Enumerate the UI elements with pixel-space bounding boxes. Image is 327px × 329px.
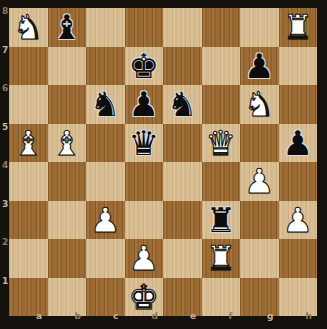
piece-black-rook-f3[interactable]: ♜ (202, 201, 241, 240)
square-c1[interactable] (86, 278, 125, 317)
piece-white-rook-h8[interactable]: ♜ (279, 8, 318, 47)
square-g6[interactable]: ♞ (240, 85, 279, 124)
square-c8[interactable] (86, 8, 125, 47)
square-h6[interactable] (279, 85, 318, 124)
square-a4[interactable] (9, 162, 48, 201)
square-a3[interactable] (9, 201, 48, 240)
piece-white-knight-a8[interactable]: ♞ (9, 8, 48, 47)
piece-black-pawn-g7[interactable]: ♟ (240, 47, 279, 86)
square-d8[interactable] (125, 8, 164, 47)
rank-label-6: 6 (2, 83, 8, 93)
square-h4[interactable] (279, 162, 318, 201)
square-a7[interactable] (9, 47, 48, 86)
square-e4[interactable] (163, 162, 202, 201)
square-f4[interactable] (202, 162, 241, 201)
piece-white-knight-g6[interactable]: ♞ (240, 85, 279, 124)
square-e8[interactable] (163, 8, 202, 47)
square-h2[interactable] (279, 239, 318, 278)
square-c5[interactable] (86, 124, 125, 163)
piece-black-pawn-h5[interactable]: ♟ (279, 124, 318, 163)
square-b4[interactable] (48, 162, 87, 201)
square-d7[interactable]: ♚ (125, 47, 164, 86)
square-a5[interactable]: ♝ (9, 124, 48, 163)
piece-white-pawn-h3[interactable]: ♟ (279, 201, 318, 240)
square-e5[interactable] (163, 124, 202, 163)
square-a2[interactable] (9, 239, 48, 278)
square-h3[interactable]: ♟ (279, 201, 318, 240)
square-a1[interactable] (9, 278, 48, 317)
square-d1[interactable]: ♚ (125, 278, 164, 317)
square-g4[interactable]: ♟ (240, 162, 279, 201)
square-b7[interactable] (48, 47, 87, 86)
square-g2[interactable] (240, 239, 279, 278)
square-c3[interactable]: ♟ (86, 201, 125, 240)
chess-board-frame: ♞♝♜♚♟♞♟♞♞♝♝♛♛♟♟♟♜♟♟♜♚ 87654321abcdefgh (0, 0, 327, 329)
square-f2[interactable]: ♜ (202, 239, 241, 278)
square-b6[interactable] (48, 85, 87, 124)
square-a6[interactable] (9, 85, 48, 124)
square-f5[interactable]: ♛ (202, 124, 241, 163)
square-f7[interactable] (202, 47, 241, 86)
piece-white-queen-f5[interactable]: ♛ (202, 124, 241, 163)
piece-black-knight-e6[interactable]: ♞ (163, 85, 202, 124)
square-d5[interactable]: ♛ (125, 124, 164, 163)
square-d3[interactable] (125, 201, 164, 240)
square-c4[interactable] (86, 162, 125, 201)
square-h8[interactable]: ♜ (279, 8, 318, 47)
piece-white-pawn-c3[interactable]: ♟ (86, 201, 125, 240)
rank-label-8: 8 (2, 6, 8, 16)
square-g5[interactable] (240, 124, 279, 163)
square-f8[interactable] (202, 8, 241, 47)
piece-white-pawn-d2[interactable]: ♟ (125, 239, 164, 278)
rank-label-7: 7 (2, 45, 8, 55)
square-c6[interactable]: ♞ (86, 85, 125, 124)
square-c2[interactable] (86, 239, 125, 278)
square-g8[interactable] (240, 8, 279, 47)
square-d2[interactable]: ♟ (125, 239, 164, 278)
rank-label-4: 4 (2, 160, 8, 170)
square-g7[interactable]: ♟ (240, 47, 279, 86)
square-e3[interactable] (163, 201, 202, 240)
square-b1[interactable] (48, 278, 87, 317)
piece-white-king-d1[interactable]: ♚ (125, 278, 164, 317)
square-h7[interactable] (279, 47, 318, 86)
square-e6[interactable]: ♞ (163, 85, 202, 124)
piece-black-pawn-d6[interactable]: ♟ (125, 85, 164, 124)
square-c7[interactable] (86, 47, 125, 86)
rank-label-2: 2 (2, 237, 8, 247)
square-b3[interactable] (48, 201, 87, 240)
square-h5[interactable]: ♟ (279, 124, 318, 163)
square-a8[interactable]: ♞ (9, 8, 48, 47)
square-b2[interactable] (48, 239, 87, 278)
piece-white-pawn-g4[interactable]: ♟ (240, 162, 279, 201)
square-b5[interactable]: ♝ (48, 124, 87, 163)
piece-black-bishop-b8[interactable]: ♝ (48, 8, 87, 47)
piece-black-king-d7[interactable]: ♚ (125, 47, 164, 86)
piece-black-queen-d5[interactable]: ♛ (125, 124, 164, 163)
chess-board[interactable]: ♞♝♜♚♟♞♟♞♞♝♝♛♛♟♟♟♜♟♟♜♚ (9, 8, 317, 316)
square-e7[interactable] (163, 47, 202, 86)
square-d6[interactable]: ♟ (125, 85, 164, 124)
rank-label-5: 5 (2, 122, 8, 132)
square-g1[interactable] (240, 278, 279, 317)
square-f1[interactable] (202, 278, 241, 317)
piece-white-bishop-b5[interactable]: ♝ (48, 124, 87, 163)
square-e1[interactable] (163, 278, 202, 317)
square-f3[interactable]: ♜ (202, 201, 241, 240)
square-f6[interactable] (202, 85, 241, 124)
square-g3[interactable] (240, 201, 279, 240)
piece-white-bishop-a5[interactable]: ♝ (9, 124, 48, 163)
piece-white-rook-f2[interactable]: ♜ (202, 239, 241, 278)
square-d4[interactable] (125, 162, 164, 201)
square-h1[interactable] (279, 278, 318, 317)
square-b8[interactable]: ♝ (48, 8, 87, 47)
rank-label-3: 3 (2, 199, 8, 209)
square-e2[interactable] (163, 239, 202, 278)
rank-label-1: 1 (2, 276, 8, 286)
piece-black-knight-c6[interactable]: ♞ (86, 85, 125, 124)
